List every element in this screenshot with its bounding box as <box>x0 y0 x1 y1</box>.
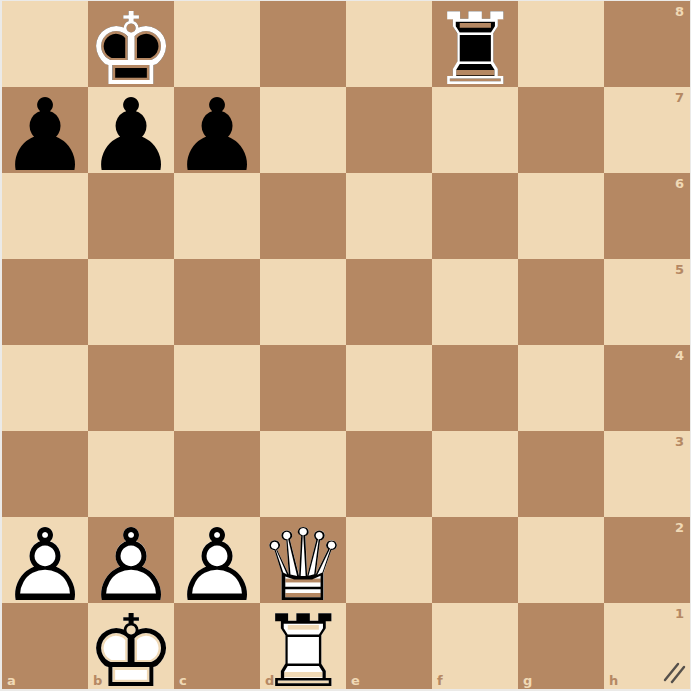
black-rook-glyph: ♜ <box>430 0 520 100</box>
square-d2[interactable]: ♛♕ <box>260 517 346 603</box>
white-pawn-glyph: ♟ <box>172 516 262 616</box>
square-b5[interactable] <box>88 259 174 345</box>
square-a2[interactable]: ♟♙ <box>2 517 88 603</box>
square-b8[interactable]: ♚♔ <box>88 1 174 87</box>
square-g1[interactable]: g <box>518 603 604 689</box>
square-b4[interactable] <box>88 345 174 431</box>
square-g8[interactable] <box>518 1 604 87</box>
square-a7[interactable]: ♟ <box>2 87 88 173</box>
piece-white-pawn[interactable]: ♟♙ <box>2 517 88 603</box>
square-f2[interactable] <box>432 517 518 603</box>
square-e6[interactable] <box>346 173 432 259</box>
rank-label-3: 3 <box>675 434 684 449</box>
piece-black-pawn[interactable]: ♟ <box>88 87 174 173</box>
square-h2[interactable]: 2 <box>604 517 690 603</box>
square-e5[interactable] <box>346 259 432 345</box>
black-king-glyph: ♚ <box>86 0 176 100</box>
square-c7[interactable]: ♟ <box>174 87 260 173</box>
square-a5[interactable] <box>2 259 88 345</box>
rank-label-8: 8 <box>675 4 684 19</box>
square-g6[interactable] <box>518 173 604 259</box>
square-d6[interactable] <box>260 173 346 259</box>
white-king-glyph: ♚ <box>86 602 176 691</box>
rank-label-7: 7 <box>675 90 684 105</box>
square-c1[interactable]: c <box>174 603 260 689</box>
rank-label-6: 6 <box>675 176 684 191</box>
black-pawn-glyph: ♟ <box>172 86 262 186</box>
white-pawn-outline: ♙ <box>86 516 176 616</box>
white-pawn-glyph: ♟ <box>0 516 90 616</box>
square-c2[interactable]: ♟♙ <box>174 517 260 603</box>
square-c5[interactable] <box>174 259 260 345</box>
file-label-a: a <box>7 673 16 688</box>
square-d7[interactable] <box>260 87 346 173</box>
white-king-outline: ♔ <box>86 602 176 691</box>
square-g2[interactable] <box>518 517 604 603</box>
square-d4[interactable] <box>260 345 346 431</box>
square-f7[interactable] <box>432 87 518 173</box>
square-d3[interactable] <box>260 431 346 517</box>
square-e4[interactable] <box>346 345 432 431</box>
board-resize-handle[interactable] <box>661 658 687 684</box>
square-f5[interactable] <box>432 259 518 345</box>
square-g5[interactable] <box>518 259 604 345</box>
square-d5[interactable] <box>260 259 346 345</box>
white-pawn-outline: ♙ <box>172 516 262 616</box>
square-f1[interactable]: f <box>432 603 518 689</box>
rank-label-5: 5 <box>675 262 684 277</box>
square-e8[interactable] <box>346 1 432 87</box>
square-a1[interactable]: a <box>2 603 88 689</box>
square-e2[interactable] <box>346 517 432 603</box>
black-rook-outline: ♖ <box>430 0 520 100</box>
square-h5[interactable]: 5 <box>604 259 690 345</box>
square-f8[interactable]: ♜♖ <box>432 1 518 87</box>
file-label-g: g <box>523 673 532 688</box>
black-pawn-glyph: ♟ <box>0 86 90 186</box>
square-e3[interactable] <box>346 431 432 517</box>
piece-white-rook[interactable]: ♜♖ <box>260 603 346 689</box>
rank-label-2: 2 <box>675 520 684 535</box>
square-f4[interactable] <box>432 345 518 431</box>
square-e1[interactable]: e <box>346 603 432 689</box>
square-f3[interactable] <box>432 431 518 517</box>
rank-label-4: 4 <box>675 348 684 363</box>
white-pawn-outline: ♙ <box>0 516 90 616</box>
black-king-outline: ♔ <box>86 0 176 100</box>
square-a6[interactable] <box>2 173 88 259</box>
square-g4[interactable] <box>518 345 604 431</box>
piece-black-pawn[interactable]: ♟ <box>2 87 88 173</box>
square-d8[interactable] <box>260 1 346 87</box>
file-label-e: e <box>351 673 360 688</box>
file-label-c: c <box>179 673 187 688</box>
piece-white-pawn[interactable]: ♟♙ <box>88 517 174 603</box>
square-e7[interactable] <box>346 87 432 173</box>
square-h6[interactable]: 6 <box>604 173 690 259</box>
white-queen-glyph: ♛ <box>258 516 348 616</box>
square-h8[interactable]: 8 <box>604 1 690 87</box>
square-b3[interactable] <box>88 431 174 517</box>
square-g7[interactable] <box>518 87 604 173</box>
rank-label-1: 1 <box>675 606 684 621</box>
white-rook-outline: ♖ <box>258 602 348 691</box>
square-a4[interactable] <box>2 345 88 431</box>
piece-black-rook[interactable]: ♜♖ <box>432 1 518 87</box>
square-h3[interactable]: 3 <box>604 431 690 517</box>
square-g3[interactable] <box>518 431 604 517</box>
square-f6[interactable] <box>432 173 518 259</box>
piece-white-pawn[interactable]: ♟♙ <box>174 517 260 603</box>
square-b1[interactable]: b♚♔ <box>88 603 174 689</box>
piece-white-queen[interactable]: ♛♕ <box>260 517 346 603</box>
chess-board[interactable]: ♚♔♜♖8♟♟♟76543♟♙♟♙♟♙♛♕2ab♚♔cd♜♖efg1h <box>2 1 690 689</box>
square-b2[interactable]: ♟♙ <box>88 517 174 603</box>
square-c8[interactable] <box>174 1 260 87</box>
file-label-h: h <box>609 673 618 688</box>
square-c3[interactable] <box>174 431 260 517</box>
file-label-f: f <box>437 673 443 688</box>
square-c6[interactable] <box>174 173 260 259</box>
square-b7[interactable]: ♟ <box>88 87 174 173</box>
square-a8[interactable] <box>2 1 88 87</box>
white-rook-glyph: ♜ <box>258 602 348 691</box>
square-c4[interactable] <box>174 345 260 431</box>
square-h4[interactable]: 4 <box>604 345 690 431</box>
black-pawn-glyph: ♟ <box>86 86 176 186</box>
piece-black-pawn[interactable]: ♟ <box>174 87 260 173</box>
white-queen-outline: ♕ <box>258 516 348 616</box>
piece-white-king[interactable]: ♚♔ <box>88 603 174 689</box>
piece-black-king[interactable]: ♚♔ <box>88 1 174 87</box>
square-h7[interactable]: 7 <box>604 87 690 173</box>
square-d1[interactable]: d♜♖ <box>260 603 346 689</box>
square-b6[interactable] <box>88 173 174 259</box>
square-a3[interactable] <box>2 431 88 517</box>
white-pawn-glyph: ♟ <box>86 516 176 616</box>
